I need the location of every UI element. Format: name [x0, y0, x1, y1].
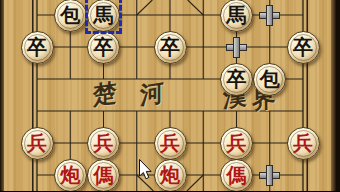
- piece-red-soldier[interactable]: 兵: [287, 127, 320, 160]
- board-left-edge: [0, 0, 4, 191]
- piece-glyph: 炮: [160, 165, 180, 185]
- piece-glyph: 傌: [227, 165, 247, 185]
- piece-black-soldier[interactable]: 卒: [220, 63, 253, 96]
- piece-red-horse[interactable]: 傌: [220, 159, 253, 192]
- piece-glyph: 兵: [227, 133, 247, 153]
- piece-glyph: 馬: [227, 5, 247, 25]
- piece-red-soldier[interactable]: 兵: [220, 127, 253, 160]
- piece-glyph: 卒: [27, 37, 47, 57]
- piece-black-soldier[interactable]: 卒: [287, 31, 320, 64]
- piece-glyph: 卒: [160, 37, 180, 57]
- marker-vertical-bar: [266, 5, 273, 26]
- piece-red-cannon[interactable]: 炮: [54, 159, 87, 192]
- selected-piece-highlight: [85, 0, 122, 34]
- piece-glyph: 包: [260, 69, 280, 89]
- piece-black-cannon[interactable]: 包: [54, 0, 87, 32]
- piece-red-cannon[interactable]: 炮: [154, 159, 187, 192]
- piece-glyph: 傌: [94, 165, 114, 185]
- piece-glyph: 兵: [293, 133, 313, 153]
- move-origin-marker: [259, 5, 280, 26]
- xiangqi-board[interactable]: 楚河漢界 包馬馬卒卒卒卒卒包兵兵兵兵兵炮傌炮傌: [0, 0, 340, 191]
- board-right-edge: [331, 0, 340, 191]
- piece-black-soldier[interactable]: 卒: [21, 31, 54, 64]
- piece-black-horse[interactable]: 馬: [220, 0, 253, 32]
- marker-vertical-bar: [233, 37, 240, 58]
- piece-glyph: 兵: [94, 133, 114, 153]
- piece-glyph: 兵: [27, 133, 47, 153]
- piece-black-soldier[interactable]: 卒: [87, 31, 120, 64]
- piece-glyph: 卒: [227, 69, 247, 89]
- move-origin-marker: [226, 37, 247, 58]
- piece-red-soldier[interactable]: 兵: [87, 127, 120, 160]
- piece-black-cannon[interactable]: 包: [253, 63, 286, 96]
- piece-glyph: 炮: [60, 165, 80, 185]
- piece-glyph: 兵: [160, 133, 180, 153]
- piece-black-soldier[interactable]: 卒: [154, 31, 187, 64]
- mouse-cursor-icon: [139, 159, 155, 182]
- piece-glyph: 卒: [94, 37, 114, 57]
- piece-red-horse[interactable]: 傌: [87, 159, 120, 192]
- piece-red-soldier[interactable]: 兵: [21, 127, 54, 160]
- piece-glyph: 包: [60, 5, 80, 25]
- move-origin-marker: [259, 165, 280, 186]
- river-label-1: 楚: [93, 76, 117, 112]
- piece-glyph: 卒: [293, 37, 313, 57]
- marker-vertical-bar: [266, 165, 273, 186]
- river-label-2: 河: [140, 76, 164, 112]
- piece-red-soldier[interactable]: 兵: [154, 127, 187, 160]
